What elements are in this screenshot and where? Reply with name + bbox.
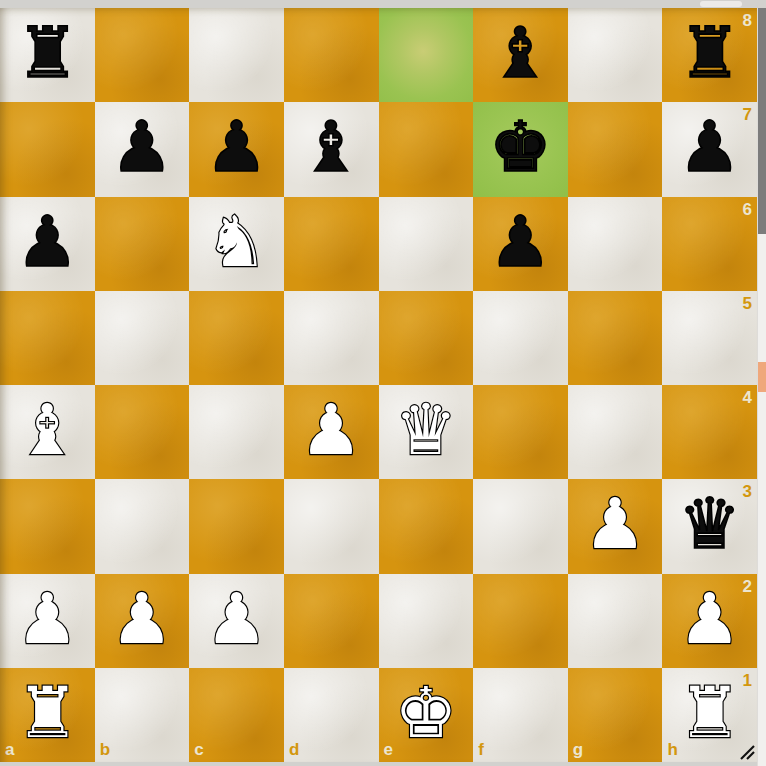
- top-edge-strip: [0, 0, 766, 8]
- file-label-c: c: [194, 741, 203, 758]
- page: ♜♝♜8♟♟♝♚♟7♟♞♟65♝♟♛4♟♛3♟♟♟♟2♜abcd♚efg♜h1: [0, 0, 766, 766]
- square-c8[interactable]: [189, 8, 284, 102]
- square-b7[interactable]: ♟: [95, 102, 190, 196]
- vertical-scrollbar-thumb[interactable]: [758, 8, 766, 234]
- square-b8[interactable]: [95, 8, 190, 102]
- square-b6[interactable]: [95, 197, 190, 291]
- square-h7[interactable]: ♟7: [662, 102, 757, 196]
- piece-white-king: ♚: [394, 678, 457, 748]
- square-f4[interactable]: [473, 385, 568, 479]
- square-h6[interactable]: 6: [662, 197, 757, 291]
- resize-icon: [738, 743, 756, 761]
- square-b2[interactable]: ♟: [95, 574, 190, 668]
- piece-black-pawn: ♟: [489, 207, 552, 277]
- square-d5[interactable]: [284, 291, 379, 385]
- file-label-a: a: [5, 741, 14, 758]
- rank-label-4: 4: [743, 389, 752, 406]
- piece-black-bishop: ♝: [489, 18, 552, 88]
- file-label-g: g: [573, 741, 583, 758]
- square-a8[interactable]: ♜: [0, 8, 95, 102]
- square-g1[interactable]: g: [568, 668, 663, 762]
- square-b4[interactable]: [95, 385, 190, 479]
- rank-label-1: 1: [743, 672, 752, 689]
- board-resize-handle[interactable]: [738, 743, 756, 761]
- horizontal-scrollbar-thumb[interactable]: [700, 1, 742, 7]
- file-label-d: d: [289, 741, 299, 758]
- rank-label-6: 6: [743, 201, 752, 218]
- piece-white-pawn: ♟: [205, 584, 268, 654]
- square-c1[interactable]: c: [189, 668, 284, 762]
- square-d7[interactable]: ♝: [284, 102, 379, 196]
- square-f5[interactable]: [473, 291, 568, 385]
- square-g2[interactable]: [568, 574, 663, 668]
- square-d1[interactable]: d: [284, 668, 379, 762]
- square-e6[interactable]: [379, 197, 474, 291]
- square-d3[interactable]: [284, 479, 379, 573]
- piece-white-pawn: ♟: [300, 395, 363, 465]
- piece-white-pawn: ♟: [16, 584, 79, 654]
- rank-label-7: 7: [743, 106, 752, 123]
- square-d2[interactable]: [284, 574, 379, 668]
- chess-board: ♜♝♜8♟♟♝♚♟7♟♞♟65♝♟♛4♟♛3♟♟♟♟2♜abcd♚efg♜h1: [0, 8, 757, 762]
- piece-black-bishop: ♝: [300, 112, 363, 182]
- square-a7[interactable]: [0, 102, 95, 196]
- square-d6[interactable]: [284, 197, 379, 291]
- scrollbar-position-marker: [758, 362, 766, 392]
- square-c6[interactable]: ♞: [189, 197, 284, 291]
- file-label-e: e: [384, 741, 393, 758]
- file-label-h: h: [667, 741, 677, 758]
- piece-black-rook: ♜: [678, 18, 741, 88]
- square-b5[interactable]: [95, 291, 190, 385]
- square-d8[interactable]: [284, 8, 379, 102]
- piece-white-queen: ♛: [394, 395, 457, 465]
- square-a3[interactable]: [0, 479, 95, 573]
- square-e3[interactable]: [379, 479, 474, 573]
- square-g8[interactable]: [568, 8, 663, 102]
- piece-black-pawn: ♟: [16, 207, 79, 277]
- piece-white-pawn: ♟: [678, 584, 741, 654]
- square-f2[interactable]: [473, 574, 568, 668]
- square-c3[interactable]: [189, 479, 284, 573]
- square-e8[interactable]: [379, 8, 474, 102]
- square-e7[interactable]: [379, 102, 474, 196]
- square-e1[interactable]: ♚e: [379, 668, 474, 762]
- piece-black-queen: ♛: [678, 489, 741, 559]
- square-h3[interactable]: ♛3: [662, 479, 757, 573]
- square-c4[interactable]: [189, 385, 284, 479]
- square-f6[interactable]: ♟: [473, 197, 568, 291]
- square-h2[interactable]: ♟2: [662, 574, 757, 668]
- square-g6[interactable]: [568, 197, 663, 291]
- piece-white-bishop: ♝: [16, 395, 79, 465]
- piece-white-rook: ♜: [16, 678, 79, 748]
- square-f8[interactable]: ♝: [473, 8, 568, 102]
- square-f3[interactable]: [473, 479, 568, 573]
- square-e4[interactable]: ♛: [379, 385, 474, 479]
- piece-white-pawn: ♟: [584, 489, 647, 559]
- square-b3[interactable]: [95, 479, 190, 573]
- square-e5[interactable]: [379, 291, 474, 385]
- piece-black-pawn: ♟: [111, 112, 174, 182]
- square-h5[interactable]: 5: [662, 291, 757, 385]
- piece-white-knight: ♞: [205, 207, 268, 277]
- square-a6[interactable]: ♟: [0, 197, 95, 291]
- square-c2[interactable]: ♟: [189, 574, 284, 668]
- rank-label-2: 2: [743, 578, 752, 595]
- square-f7[interactable]: ♚: [473, 102, 568, 196]
- piece-black-rook: ♜: [16, 18, 79, 88]
- square-g3[interactable]: ♟: [568, 479, 663, 573]
- rank-label-3: 3: [743, 483, 752, 500]
- square-d4[interactable]: ♟: [284, 385, 379, 479]
- rank-label-5: 5: [743, 295, 752, 312]
- file-label-b: b: [100, 741, 110, 758]
- square-a5[interactable]: [0, 291, 95, 385]
- square-c5[interactable]: [189, 291, 284, 385]
- square-h4[interactable]: 4: [662, 385, 757, 479]
- bottom-edge-strip: [0, 762, 757, 766]
- square-b1[interactable]: b: [95, 668, 190, 762]
- file-label-f: f: [478, 741, 484, 758]
- square-f1[interactable]: f: [473, 668, 568, 762]
- square-a4[interactable]: ♝: [0, 385, 95, 479]
- piece-white-rook: ♜: [678, 678, 741, 748]
- square-a1[interactable]: ♜a: [0, 668, 95, 762]
- piece-black-pawn: ♟: [205, 112, 268, 182]
- piece-black-king: ♚: [489, 112, 552, 182]
- piece-white-pawn: ♟: [111, 584, 174, 654]
- square-c7[interactable]: ♟: [189, 102, 284, 196]
- square-h8[interactable]: ♜8: [662, 8, 757, 102]
- square-g5[interactable]: [568, 291, 663, 385]
- square-g4[interactable]: [568, 385, 663, 479]
- rank-label-8: 8: [743, 12, 752, 29]
- square-a2[interactable]: ♟: [0, 574, 95, 668]
- vertical-scrollbar-track[interactable]: [757, 8, 766, 766]
- piece-black-pawn: ♟: [678, 112, 741, 182]
- square-e2[interactable]: [379, 574, 474, 668]
- square-g7[interactable]: [568, 102, 663, 196]
